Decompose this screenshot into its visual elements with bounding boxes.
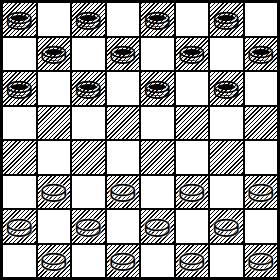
square-3-0 <box>3 107 36 140</box>
square-5-0 <box>3 176 36 209</box>
square-3-3[interactable] <box>107 107 140 140</box>
black-man[interactable]: ⛂ <box>247 38 275 70</box>
square-0-2[interactable]: ⛂ <box>72 3 105 36</box>
square-1-6 <box>210 38 243 71</box>
square-0-3 <box>107 3 140 36</box>
square-1-1[interactable]: ⛂ <box>38 38 71 71</box>
square-2-5 <box>176 72 209 105</box>
square-7-5[interactable]: ⛀ <box>176 245 209 278</box>
square-7-4 <box>141 245 174 278</box>
square-2-7 <box>245 72 278 105</box>
square-7-6 <box>210 245 243 278</box>
square-7-2 <box>72 245 105 278</box>
square-6-5 <box>176 210 209 243</box>
white-man[interactable]: ⛀ <box>247 176 275 208</box>
square-5-7[interactable]: ⛀ <box>245 176 278 209</box>
square-5-4 <box>141 176 174 209</box>
square-0-7 <box>245 3 278 36</box>
black-man[interactable]: ⛂ <box>109 38 137 70</box>
white-man[interactable]: ⛀ <box>40 176 68 208</box>
square-0-1 <box>38 3 71 36</box>
black-man[interactable]: ⛂ <box>5 72 33 104</box>
square-1-4 <box>141 38 174 71</box>
square-4-7 <box>245 141 278 174</box>
white-man[interactable]: ⛀ <box>109 245 137 277</box>
square-6-1 <box>38 210 71 243</box>
black-man[interactable]: ⛂ <box>40 38 68 70</box>
black-man[interactable]: ⛂ <box>74 72 102 104</box>
square-7-1[interactable]: ⛀ <box>38 245 71 278</box>
black-man[interactable]: ⛂ <box>143 72 171 104</box>
square-6-6[interactable]: ⛀ <box>210 210 243 243</box>
square-0-5 <box>176 3 209 36</box>
square-6-3 <box>107 210 140 243</box>
square-3-1[interactable] <box>38 107 71 140</box>
square-4-0[interactable] <box>3 141 36 174</box>
square-7-3[interactable]: ⛀ <box>107 245 140 278</box>
square-2-0[interactable]: ⛂ <box>3 72 36 105</box>
square-1-0 <box>3 38 36 71</box>
white-man[interactable]: ⛀ <box>5 210 33 242</box>
black-man[interactable]: ⛂ <box>178 38 206 70</box>
square-3-5[interactable] <box>176 107 209 140</box>
black-man[interactable]: ⛂ <box>143 3 171 35</box>
square-6-2[interactable]: ⛀ <box>72 210 105 243</box>
square-2-4[interactable]: ⛂ <box>141 72 174 105</box>
square-5-6 <box>210 176 243 209</box>
square-0-4[interactable]: ⛂ <box>141 3 174 36</box>
square-7-0 <box>3 245 36 278</box>
black-man[interactable]: ⛂ <box>74 3 102 35</box>
square-4-1 <box>38 141 71 174</box>
square-2-2[interactable]: ⛂ <box>72 72 105 105</box>
black-man[interactable]: ⛂ <box>5 3 33 35</box>
square-5-5[interactable]: ⛀ <box>176 176 209 209</box>
square-1-5[interactable]: ⛂ <box>176 38 209 71</box>
square-4-6[interactable] <box>210 141 243 174</box>
square-0-0[interactable]: ⛂ <box>3 3 36 36</box>
square-2-1 <box>38 72 71 105</box>
square-4-5 <box>176 141 209 174</box>
white-man[interactable]: ⛀ <box>109 176 137 208</box>
white-man[interactable]: ⛀ <box>247 245 275 277</box>
black-man[interactable]: ⛂ <box>212 72 240 104</box>
white-man[interactable]: ⛀ <box>143 210 171 242</box>
square-6-0[interactable]: ⛀ <box>3 210 36 243</box>
white-man[interactable]: ⛀ <box>40 245 68 277</box>
square-1-7[interactable]: ⛂ <box>245 38 278 71</box>
white-man[interactable]: ⛀ <box>178 176 206 208</box>
square-6-4[interactable]: ⛀ <box>141 210 174 243</box>
square-4-3 <box>107 141 140 174</box>
square-6-7 <box>245 210 278 243</box>
square-3-6 <box>210 107 243 140</box>
white-man[interactable]: ⛀ <box>74 210 102 242</box>
square-4-4[interactable] <box>141 141 174 174</box>
square-1-2 <box>72 38 105 71</box>
square-2-6[interactable]: ⛂ <box>210 72 243 105</box>
square-0-6[interactable]: ⛂ <box>210 3 243 36</box>
square-4-2[interactable] <box>72 141 105 174</box>
square-7-7[interactable]: ⛀ <box>245 245 278 278</box>
square-3-7[interactable] <box>245 107 278 140</box>
square-3-4 <box>141 107 174 140</box>
square-5-1[interactable]: ⛀ <box>38 176 71 209</box>
checkers-board: ⛂⛂⛂⛂⛂⛂⛂⛂⛂⛂⛂⛂⛀⛀⛀⛀⛀⛀⛀⛀⛀⛀⛀⛀ <box>0 0 280 280</box>
square-2-3 <box>107 72 140 105</box>
white-man[interactable]: ⛀ <box>178 245 206 277</box>
square-5-2 <box>72 176 105 209</box>
square-3-2 <box>72 107 105 140</box>
square-1-3[interactable]: ⛂ <box>107 38 140 71</box>
square-5-3[interactable]: ⛀ <box>107 176 140 209</box>
black-man[interactable]: ⛂ <box>212 3 240 35</box>
white-man[interactable]: ⛀ <box>212 210 240 242</box>
